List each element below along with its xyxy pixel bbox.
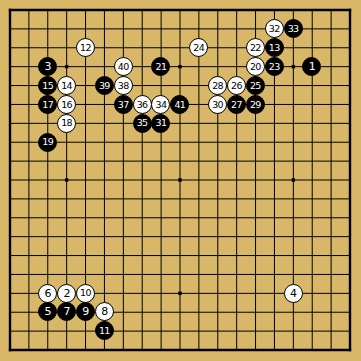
intersection-jk[interactable] xyxy=(170,189,189,208)
intersection-em[interactable] xyxy=(76,227,95,246)
black-stone-21[interactable]: 21 xyxy=(151,57,170,76)
intersection-rg[interactable] xyxy=(321,114,340,133)
intersection-he[interactable] xyxy=(133,76,152,95)
intersection-im[interactable] xyxy=(152,227,171,246)
intersection-md[interactable] xyxy=(227,57,246,76)
intersection-pi[interactable] xyxy=(284,152,303,171)
intersection-jq[interactable] xyxy=(170,303,189,322)
intersection-qb[interactable] xyxy=(303,19,322,38)
intersection-ik[interactable] xyxy=(152,189,171,208)
intersection-qo[interactable] xyxy=(303,265,322,284)
intersection-de[interactable]: 14 xyxy=(57,76,76,95)
intersection-qg[interactable] xyxy=(303,114,322,133)
intersection-dq[interactable]: 7 xyxy=(57,303,76,322)
intersection-gh[interactable] xyxy=(114,133,133,152)
intersection-kj[interactable] xyxy=(189,170,208,189)
black-stone-25[interactable]: 25 xyxy=(246,76,265,95)
intersection-bq[interactable] xyxy=(19,303,38,322)
intersection-ag[interactable] xyxy=(1,114,20,133)
intersection-hl[interactable] xyxy=(133,208,152,227)
intersection-bn[interactable] xyxy=(19,246,38,265)
intersection-gq[interactable] xyxy=(114,303,133,322)
intersection-nh[interactable] xyxy=(246,133,265,152)
intersection-bc[interactable] xyxy=(19,38,38,57)
intersection-pk[interactable] xyxy=(284,189,303,208)
intersection-sk[interactable] xyxy=(340,189,359,208)
intersection-ei[interactable] xyxy=(76,152,95,171)
intersection-cc[interactable] xyxy=(38,38,57,57)
intersection-dc[interactable] xyxy=(57,38,76,57)
intersection-gp[interactable] xyxy=(114,284,133,303)
intersection-cm[interactable] xyxy=(38,227,57,246)
intersection-oj[interactable] xyxy=(265,170,284,189)
intersection-rb[interactable] xyxy=(321,19,340,38)
intersection-cs[interactable] xyxy=(38,340,57,359)
intersection-lh[interactable] xyxy=(208,133,227,152)
intersection-gr[interactable] xyxy=(114,321,133,340)
intersection-me[interactable]: 26 xyxy=(227,76,246,95)
intersection-na[interactable] xyxy=(246,1,265,20)
intersection-cp[interactable]: 6 xyxy=(38,284,57,303)
intersection-ss[interactable] xyxy=(340,340,359,359)
black-stone-19[interactable]: 19 xyxy=(38,133,57,152)
intersection-fj[interactable] xyxy=(95,170,114,189)
intersection-oa[interactable] xyxy=(265,1,284,20)
intersection-sa[interactable] xyxy=(340,1,359,20)
intersection-ql[interactable] xyxy=(303,208,322,227)
intersection-pp[interactable]: 4 xyxy=(284,284,303,303)
intersection-iq[interactable] xyxy=(152,303,171,322)
intersection-eb[interactable] xyxy=(76,19,95,38)
white-stone-26[interactable]: 26 xyxy=(227,76,246,95)
intersection-ae[interactable] xyxy=(1,76,20,95)
intersection-gl[interactable] xyxy=(114,208,133,227)
intersection-pn[interactable] xyxy=(284,246,303,265)
intersection-df[interactable]: 16 xyxy=(57,95,76,114)
intersection-sh[interactable] xyxy=(340,133,359,152)
intersection-ah[interactable] xyxy=(1,133,20,152)
intersection-fp[interactable] xyxy=(95,284,114,303)
intersection-fm[interactable] xyxy=(95,227,114,246)
intersection-op[interactable] xyxy=(265,284,284,303)
intersection-ip[interactable] xyxy=(152,284,171,303)
intersection-hr[interactable] xyxy=(133,321,152,340)
intersection-ma[interactable] xyxy=(227,1,246,20)
intersection-ji[interactable] xyxy=(170,152,189,171)
black-stone-17[interactable]: 17 xyxy=(38,95,57,114)
intersection-lc[interactable] xyxy=(208,38,227,57)
intersection-fc[interactable] xyxy=(95,38,114,57)
intersection-ai[interactable] xyxy=(1,152,20,171)
intersection-ll[interactable] xyxy=(208,208,227,227)
intersection-hi[interactable] xyxy=(133,152,152,171)
intersection-dr[interactable] xyxy=(57,321,76,340)
intersection-js[interactable] xyxy=(170,340,189,359)
intersection-el[interactable] xyxy=(76,208,95,227)
intersection-dj[interactable] xyxy=(57,170,76,189)
intersection-ms[interactable] xyxy=(227,340,246,359)
intersection-dm[interactable] xyxy=(57,227,76,246)
intersection-dg[interactable]: 18 xyxy=(57,114,76,133)
intersection-jn[interactable] xyxy=(170,246,189,265)
intersection-kn[interactable] xyxy=(189,246,208,265)
intersection-hs[interactable] xyxy=(133,340,152,359)
intersection-hq[interactable] xyxy=(133,303,152,322)
intersection-lp[interactable] xyxy=(208,284,227,303)
intersection-rn[interactable] xyxy=(321,246,340,265)
intersection-le[interactable]: 28 xyxy=(208,76,227,95)
black-stone-1[interactable]: 1 xyxy=(302,57,321,76)
intersection-bh[interactable] xyxy=(19,133,38,152)
intersection-cr[interactable] xyxy=(38,321,57,340)
white-stone-20[interactable]: 20 xyxy=(246,57,265,76)
intersection-es[interactable] xyxy=(76,340,95,359)
intersection-nn[interactable] xyxy=(246,246,265,265)
intersection-mh[interactable] xyxy=(227,133,246,152)
intersection-qr[interactable] xyxy=(303,321,322,340)
intersection-fr[interactable]: 11 xyxy=(95,321,114,340)
intersection-pe[interactable] xyxy=(284,76,303,95)
intersection-dp[interactable]: 2 xyxy=(57,284,76,303)
intersection-jd[interactable] xyxy=(170,57,189,76)
intersection-km[interactable] xyxy=(189,227,208,246)
black-stone-5[interactable]: 5 xyxy=(38,302,57,321)
intersection-cb[interactable] xyxy=(38,19,57,38)
intersection-ga[interactable] xyxy=(114,1,133,20)
intersection-nc[interactable]: 22 xyxy=(246,38,265,57)
intersection-dd[interactable] xyxy=(57,57,76,76)
intersection-oc[interactable]: 13 xyxy=(265,38,284,57)
intersection-lo[interactable] xyxy=(208,265,227,284)
intersection-fd[interactable] xyxy=(95,57,114,76)
intersection-kq[interactable] xyxy=(189,303,208,322)
intersection-eh[interactable] xyxy=(76,133,95,152)
intersection-gb[interactable] xyxy=(114,19,133,38)
intersection-di[interactable] xyxy=(57,152,76,171)
intersection-gg[interactable] xyxy=(114,114,133,133)
white-stone-22[interactable]: 22 xyxy=(246,38,265,57)
intersection-mc[interactable] xyxy=(227,38,246,57)
intersection-hb[interactable] xyxy=(133,19,152,38)
white-stone-24[interactable]: 24 xyxy=(189,38,208,57)
intersection-ho[interactable] xyxy=(133,265,152,284)
intersection-ph[interactable] xyxy=(284,133,303,152)
white-stone-32[interactable]: 32 xyxy=(265,19,284,38)
intersection-go[interactable] xyxy=(114,265,133,284)
intersection-ka[interactable] xyxy=(189,1,208,20)
intersection-sm[interactable] xyxy=(340,227,359,246)
intersection-gj[interactable] xyxy=(114,170,133,189)
intersection-sj[interactable] xyxy=(340,170,359,189)
intersection-oq[interactable] xyxy=(265,303,284,322)
intersection-as[interactable] xyxy=(1,340,20,359)
intersection-rm[interactable] xyxy=(321,227,340,246)
intersection-lq[interactable] xyxy=(208,303,227,322)
intersection-pb[interactable]: 33 xyxy=(284,19,303,38)
intersection-dh[interactable] xyxy=(57,133,76,152)
intersection-sb[interactable] xyxy=(340,19,359,38)
intersection-oh[interactable] xyxy=(265,133,284,152)
intersection-cd[interactable]: 3 xyxy=(38,57,57,76)
intersection-lm[interactable] xyxy=(208,227,227,246)
white-stone-38[interactable]: 38 xyxy=(114,76,133,95)
intersection-do[interactable] xyxy=(57,265,76,284)
intersection-kl[interactable] xyxy=(189,208,208,227)
black-stone-3[interactable]: 3 xyxy=(38,57,57,76)
intersection-ds[interactable] xyxy=(57,340,76,359)
intersection-ep[interactable]: 10 xyxy=(76,284,95,303)
intersection-qe[interactable] xyxy=(303,76,322,95)
intersection-la[interactable] xyxy=(208,1,227,20)
intersection-ok[interactable] xyxy=(265,189,284,208)
black-stone-35[interactable]: 35 xyxy=(133,114,152,133)
intersection-cq[interactable]: 5 xyxy=(38,303,57,322)
intersection-pg[interactable] xyxy=(284,114,303,133)
white-stone-30[interactable]: 30 xyxy=(208,95,227,114)
intersection-da[interactable] xyxy=(57,1,76,20)
intersection-np[interactable] xyxy=(246,284,265,303)
black-stone-29[interactable]: 29 xyxy=(246,95,265,114)
intersection-og[interactable] xyxy=(265,114,284,133)
intersection-qa[interactable] xyxy=(303,1,322,20)
intersection-hc[interactable] xyxy=(133,38,152,57)
intersection-qj[interactable] xyxy=(303,170,322,189)
intersection-pl[interactable] xyxy=(284,208,303,227)
intersection-ao[interactable] xyxy=(1,265,20,284)
intersection-if[interactable]: 34 xyxy=(152,95,171,114)
intersection-ar[interactable] xyxy=(1,321,20,340)
intersection-ad[interactable] xyxy=(1,57,20,76)
intersection-fk[interactable] xyxy=(95,189,114,208)
intersection-aj[interactable] xyxy=(1,170,20,189)
intersection-jg[interactable] xyxy=(170,114,189,133)
intersection-fn[interactable] xyxy=(95,246,114,265)
intersection-qf[interactable] xyxy=(303,95,322,114)
intersection-qd[interactable]: 1 xyxy=(303,57,322,76)
intersection-mg[interactable] xyxy=(227,114,246,133)
intersection-bg[interactable] xyxy=(19,114,38,133)
intersection-sl[interactable] xyxy=(340,208,359,227)
intersection-sn[interactable] xyxy=(340,246,359,265)
intersection-ha[interactable] xyxy=(133,1,152,20)
intersection-is[interactable] xyxy=(152,340,171,359)
intersection-gn[interactable] xyxy=(114,246,133,265)
intersection-ml[interactable] xyxy=(227,208,246,227)
intersection-ac[interactable] xyxy=(1,38,20,57)
intersection-kh[interactable] xyxy=(189,133,208,152)
intersection-fa[interactable] xyxy=(95,1,114,20)
intersection-ef[interactable] xyxy=(76,95,95,114)
intersection-ap[interactable] xyxy=(1,284,20,303)
intersection-ih[interactable] xyxy=(152,133,171,152)
intersection-aa[interactable] xyxy=(1,1,20,20)
intersection-ic[interactable] xyxy=(152,38,171,57)
black-stone-31[interactable]: 31 xyxy=(151,114,170,133)
intersection-ee[interactable] xyxy=(76,76,95,95)
intersection-od[interactable]: 23 xyxy=(265,57,284,76)
intersection-fs[interactable] xyxy=(95,340,114,359)
intersection-ck[interactable] xyxy=(38,189,57,208)
intersection-qk[interactable] xyxy=(303,189,322,208)
intersection-nk[interactable] xyxy=(246,189,265,208)
intersection-ie[interactable] xyxy=(152,76,171,95)
intersection-so[interactable] xyxy=(340,265,359,284)
intersection-bi[interactable] xyxy=(19,152,38,171)
intersection-jc[interactable] xyxy=(170,38,189,57)
intersection-rk[interactable] xyxy=(321,189,340,208)
intersection-kk[interactable] xyxy=(189,189,208,208)
intersection-mq[interactable] xyxy=(227,303,246,322)
intersection-kp[interactable] xyxy=(189,284,208,303)
intersection-pm[interactable] xyxy=(284,227,303,246)
intersection-fi[interactable] xyxy=(95,152,114,171)
intersection-id[interactable]: 21 xyxy=(152,57,171,76)
intersection-db[interactable] xyxy=(57,19,76,38)
intersection-jh[interactable] xyxy=(170,133,189,152)
intersection-po[interactable] xyxy=(284,265,303,284)
intersection-kd[interactable] xyxy=(189,57,208,76)
intersection-dl[interactable] xyxy=(57,208,76,227)
intersection-gc[interactable] xyxy=(114,38,133,57)
intersection-cg[interactable] xyxy=(38,114,57,133)
intersection-ol[interactable] xyxy=(265,208,284,227)
intersection-an[interactable] xyxy=(1,246,20,265)
intersection-il[interactable] xyxy=(152,208,171,227)
intersection-ig[interactable]: 31 xyxy=(152,114,171,133)
white-stone-14[interactable]: 14 xyxy=(57,76,76,95)
intersection-ne[interactable]: 25 xyxy=(246,76,265,95)
intersection-lb[interactable] xyxy=(208,19,227,38)
intersection-ja[interactable] xyxy=(170,1,189,20)
intersection-kf[interactable] xyxy=(189,95,208,114)
intersection-bs[interactable] xyxy=(19,340,38,359)
white-stone-6[interactable]: 6 xyxy=(38,284,57,303)
intersection-sc[interactable] xyxy=(340,38,359,57)
intersection-sp[interactable] xyxy=(340,284,359,303)
intersection-ge[interactable]: 38 xyxy=(114,76,133,95)
intersection-hd[interactable] xyxy=(133,57,152,76)
intersection-mb[interactable] xyxy=(227,19,246,38)
intersection-je[interactable] xyxy=(170,76,189,95)
intersection-en[interactable] xyxy=(76,246,95,265)
intersection-se[interactable] xyxy=(340,76,359,95)
intersection-sg[interactable] xyxy=(340,114,359,133)
intersection-qp[interactable] xyxy=(303,284,322,303)
intersection-qc[interactable] xyxy=(303,38,322,57)
intersection-fe[interactable]: 39 xyxy=(95,76,114,95)
intersection-mn[interactable] xyxy=(227,246,246,265)
intersection-lg[interactable] xyxy=(208,114,227,133)
intersection-ra[interactable] xyxy=(321,1,340,20)
intersection-ng[interactable] xyxy=(246,114,265,133)
intersection-mp[interactable] xyxy=(227,284,246,303)
intersection-cj[interactable] xyxy=(38,170,57,189)
intersection-co[interactable] xyxy=(38,265,57,284)
white-stone-18[interactable]: 18 xyxy=(57,114,76,133)
intersection-kr[interactable] xyxy=(189,321,208,340)
intersection-lk[interactable] xyxy=(208,189,227,208)
intersection-ab[interactable] xyxy=(1,19,20,38)
intersection-be[interactable] xyxy=(19,76,38,95)
intersection-rj[interactable] xyxy=(321,170,340,189)
intersection-rd[interactable] xyxy=(321,57,340,76)
intersection-nr[interactable] xyxy=(246,321,265,340)
intersection-ci[interactable] xyxy=(38,152,57,171)
intersection-or[interactable] xyxy=(265,321,284,340)
intersection-gi[interactable] xyxy=(114,152,133,171)
intersection-mo[interactable] xyxy=(227,265,246,284)
intersection-pc[interactable] xyxy=(284,38,303,57)
intersection-mm[interactable] xyxy=(227,227,246,246)
intersection-fl[interactable] xyxy=(95,208,114,227)
intersection-hk[interactable] xyxy=(133,189,152,208)
intersection-ns[interactable] xyxy=(246,340,265,359)
intersection-ak[interactable] xyxy=(1,189,20,208)
white-stone-16[interactable]: 16 xyxy=(57,95,76,114)
intersection-nq[interactable] xyxy=(246,303,265,322)
black-stone-27[interactable]: 27 xyxy=(227,95,246,114)
intersection-kb[interactable] xyxy=(189,19,208,38)
intersection-ec[interactable]: 12 xyxy=(76,38,95,57)
intersection-on[interactable] xyxy=(265,246,284,265)
intersection-mf[interactable]: 27 xyxy=(227,95,246,114)
intersection-ib[interactable] xyxy=(152,19,171,38)
intersection-ko[interactable] xyxy=(189,265,208,284)
intersection-eg[interactable] xyxy=(76,114,95,133)
white-stone-12[interactable]: 12 xyxy=(76,38,95,57)
intersection-nl[interactable] xyxy=(246,208,265,227)
intersection-bp[interactable] xyxy=(19,284,38,303)
intersection-fo[interactable] xyxy=(95,265,114,284)
intersection-in[interactable] xyxy=(152,246,171,265)
intersection-ii[interactable] xyxy=(152,152,171,171)
intersection-sf[interactable] xyxy=(340,95,359,114)
intersection-oo[interactable] xyxy=(265,265,284,284)
intersection-bb[interactable] xyxy=(19,19,38,38)
intersection-sq[interactable] xyxy=(340,303,359,322)
intersection-li[interactable] xyxy=(208,152,227,171)
intersection-kc[interactable]: 24 xyxy=(189,38,208,57)
intersection-mi[interactable] xyxy=(227,152,246,171)
intersection-dk[interactable] xyxy=(57,189,76,208)
intersection-mj[interactable] xyxy=(227,170,246,189)
intersection-bo[interactable] xyxy=(19,265,38,284)
white-stone-2[interactable]: 2 xyxy=(57,284,76,303)
intersection-si[interactable] xyxy=(340,152,359,171)
intersection-ks[interactable] xyxy=(189,340,208,359)
intersection-jr[interactable] xyxy=(170,321,189,340)
intersection-jo[interactable] xyxy=(170,265,189,284)
intersection-ch[interactable]: 19 xyxy=(38,133,57,152)
intersection-re[interactable] xyxy=(321,76,340,95)
intersection-sd[interactable] xyxy=(340,57,359,76)
black-stone-9[interactable]: 9 xyxy=(76,302,95,321)
intersection-nd[interactable]: 20 xyxy=(246,57,265,76)
intersection-fq[interactable]: 8 xyxy=(95,303,114,322)
intersection-nj[interactable] xyxy=(246,170,265,189)
intersection-ni[interactable] xyxy=(246,152,265,171)
intersection-rf[interactable] xyxy=(321,95,340,114)
intersection-ce[interactable]: 15 xyxy=(38,76,57,95)
white-stone-4[interactable]: 4 xyxy=(284,284,303,303)
intersection-jj[interactable] xyxy=(170,170,189,189)
intersection-io[interactable] xyxy=(152,265,171,284)
intersection-jb[interactable] xyxy=(170,19,189,38)
intersection-rc[interactable] xyxy=(321,38,340,57)
intersection-ld[interactable] xyxy=(208,57,227,76)
black-stone-11[interactable]: 11 xyxy=(95,321,114,340)
intersection-ca[interactable] xyxy=(38,1,57,20)
